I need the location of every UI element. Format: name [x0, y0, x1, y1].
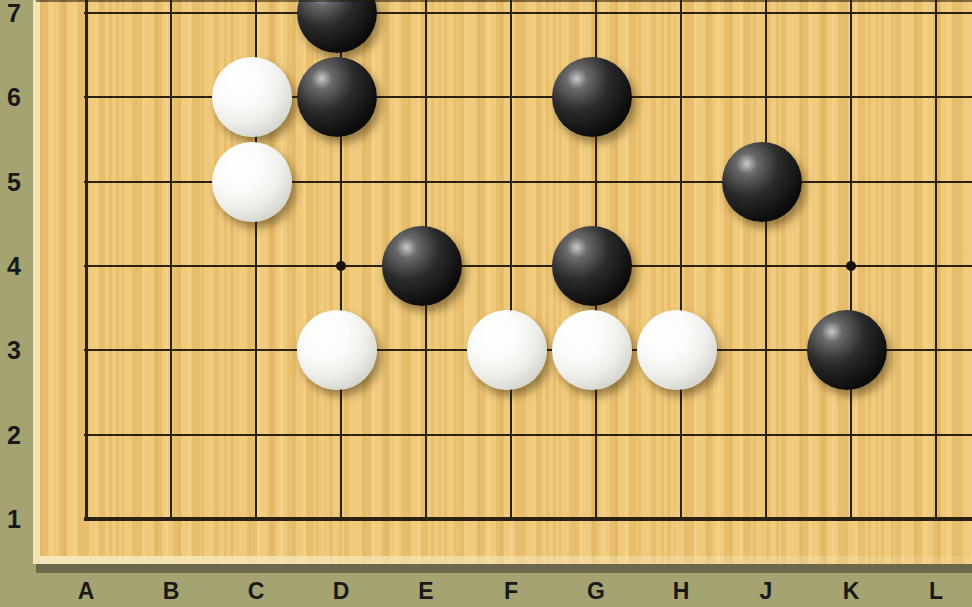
- row-label-1: 1: [7, 507, 21, 532]
- stone-black-E4: [382, 226, 462, 306]
- go-board[interactable]: [40, 0, 972, 564]
- grid-line-row-2: [84, 434, 972, 436]
- stone-white-C6: [212, 57, 292, 137]
- row-label-5: 5: [7, 170, 21, 195]
- stone-white-F3: [467, 310, 547, 390]
- col-label-H: H: [673, 580, 690, 603]
- stone-white-H3: [637, 310, 717, 390]
- stone-white-G3: [552, 310, 632, 390]
- col-label-K: K: [843, 580, 860, 603]
- board-left-edge-highlight: [33, 0, 40, 564]
- col-label-D: D: [333, 580, 350, 603]
- grid-line-row-7: [84, 12, 972, 14]
- stone-black-G4: [552, 226, 632, 306]
- bottom-coordinate-strip: ABCDEFGHJKL: [0, 573, 972, 607]
- col-label-B: B: [163, 580, 180, 603]
- stone-black-K3: [807, 310, 887, 390]
- grid-line-col-L: [935, 0, 937, 521]
- top-crop-edge-line: [36, 0, 972, 2]
- col-label-J: J: [760, 580, 773, 603]
- go-game-screenshot: 7654321 ABCDEFGHJKL: [0, 0, 972, 607]
- col-label-F: F: [504, 580, 518, 603]
- grid-line-col-F: [510, 0, 512, 521]
- row-label-6: 6: [7, 85, 21, 110]
- col-label-C: C: [248, 580, 265, 603]
- stone-white-C5: [212, 142, 292, 222]
- left-coordinate-strip: 7654321: [0, 0, 33, 607]
- grid-line-col-J: [765, 0, 767, 521]
- row-label-4: 4: [7, 254, 21, 279]
- col-label-E: E: [418, 580, 433, 603]
- row-label-2: 2: [7, 423, 21, 448]
- col-label-G: G: [587, 580, 605, 603]
- star-point-D4: [336, 261, 346, 271]
- grid-line-col-H: [680, 0, 682, 521]
- board-drop-shadow: [36, 564, 972, 573]
- stone-black-D6: [297, 57, 377, 137]
- grid-line-row-4: [84, 265, 972, 267]
- star-point-K4: [846, 261, 856, 271]
- col-label-L: L: [929, 580, 943, 603]
- stone-black-D7: [297, 0, 377, 53]
- stone-black-G6: [552, 57, 632, 137]
- stone-white-D3: [297, 310, 377, 390]
- board-bottom-edge-highlight: [40, 556, 972, 564]
- grid-line-col-B: [170, 0, 172, 521]
- grid-line-row-1: [84, 517, 972, 521]
- col-label-A: A: [78, 580, 95, 603]
- stone-black-J5: [722, 142, 802, 222]
- row-label-7: 7: [7, 1, 21, 26]
- row-label-3: 3: [7, 338, 21, 363]
- grid-line-col-A: [85, 0, 88, 521]
